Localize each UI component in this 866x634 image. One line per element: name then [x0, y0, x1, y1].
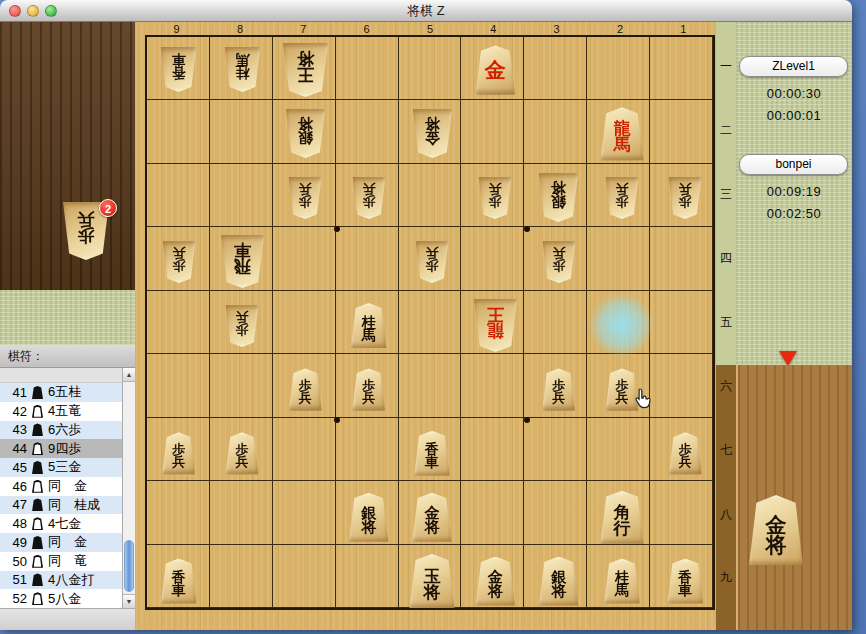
board-square[interactable] [147, 291, 210, 354]
turn-indicator-triangle [779, 351, 797, 366]
board-square[interactable] [399, 37, 462, 100]
sente-player-button[interactable]: bonpei [739, 154, 848, 175]
shogi-piece-knight-6五[interactable]: 桂馬 [350, 303, 387, 348]
shogi-piece-king-5九[interactable]: 玉将 [409, 554, 456, 608]
shogi-piece-lance-1九[interactable]: 香車 [667, 559, 704, 604]
kifu-row-52[interactable]: 525八金 [0, 589, 122, 608]
shogi-piece-pawn-5四[interactable]: 歩兵 [415, 241, 449, 283]
shogi-piece-promoted-knight-4一[interactable]: 金 [475, 45, 516, 94]
rank-label: 二 [716, 99, 736, 163]
titlebar[interactable]: 将棋 Z [0, 0, 852, 22]
board-square[interactable] [524, 418, 587, 481]
board-square[interactable] [524, 291, 587, 354]
kifu-row-50[interactable]: 50同 竜 [0, 552, 122, 571]
gote-total-time: 00:00:30 [736, 86, 852, 101]
clock-area: ZLevel1 00:00:30 00:00:01 bonpei 00:09:1… [736, 22, 852, 365]
move-text: 4七金 [48, 515, 81, 533]
file-labels: 987654321 [145, 23, 715, 35]
shogi-piece-pawn-6六[interactable]: 歩兵 [352, 368, 386, 410]
shogi-piece-bishop-2八[interactable]: 角行 [600, 491, 645, 544]
rank-label: 三 [716, 163, 736, 227]
shogi-piece-lance-5七[interactable]: 香車 [414, 431, 451, 476]
sente-captured-tray[interactable]: 金将 [736, 365, 852, 630]
hoshi-dot [334, 417, 340, 423]
board-square[interactable] [461, 481, 524, 544]
kifu-row-48[interactable]: 484七金 [0, 514, 122, 533]
move-number: 44 [0, 441, 27, 456]
hoshi-dot [524, 417, 530, 423]
move-text: 5八金 [48, 590, 81, 608]
sente-total-time: 00:09:19 [736, 184, 852, 199]
rank-label: 七 [716, 418, 736, 482]
shogi-piece-silver-6八[interactable]: 銀将 [348, 493, 389, 542]
board-square[interactable] [210, 100, 273, 163]
shogi-piece-lance-9一[interactable]: 香車 [160, 47, 197, 92]
shogi-piece-pawn-2三[interactable]: 歩兵 [605, 177, 639, 219]
shogi-piece-lance-9九[interactable]: 香車 [160, 559, 197, 604]
board-square[interactable] [650, 227, 713, 290]
kifu-row-45[interactable]: 455三金 [0, 458, 122, 477]
board-square[interactable] [273, 227, 336, 290]
file-label: 6 [335, 23, 398, 35]
hoshi-dot [524, 226, 530, 232]
board-square[interactable] [587, 37, 650, 100]
sente-player-name: bonpei [775, 157, 811, 171]
gote-move-icon [32, 405, 43, 418]
close-button[interactable] [9, 5, 21, 17]
shogi-piece-gold-5八[interactable]: 金将 [412, 493, 453, 542]
board-square[interactable] [273, 291, 336, 354]
shogi-piece-captured-gold[interactable]: 金将 [748, 495, 804, 565]
board-square[interactable] [336, 418, 399, 481]
move-text: 同 桂成 [48, 496, 100, 514]
board-square[interactable] [147, 100, 210, 163]
board-square[interactable] [273, 418, 336, 481]
shogi-piece-dragon-4五[interactable]: 龍王 [473, 299, 518, 352]
board-square[interactable] [210, 481, 273, 544]
board-square[interactable] [461, 227, 524, 290]
shogi-piece-pawn-8七[interactable]: 歩兵 [225, 432, 259, 474]
board-square[interactable] [587, 227, 650, 290]
board-square[interactable] [210, 164, 273, 227]
rank-labels: 一二三四五六七八九 [716, 22, 736, 630]
gote-captured-tray[interactable]: 歩兵2 [0, 22, 135, 290]
gote-move-icon [32, 442, 43, 455]
sente-move-icon [32, 423, 43, 436]
move-number: 46 [0, 479, 27, 494]
shogi-piece-pawn-7六[interactable]: 歩兵 [288, 368, 322, 410]
content: 歩兵2 棋符： 416五桂424五竜436六歩449四歩455三金46同 金47… [0, 22, 852, 630]
board-square[interactable] [336, 545, 399, 608]
board-square[interactable] [461, 354, 524, 417]
kifu-row-43[interactable]: 436六歩 [0, 421, 122, 440]
kifu-scrollbar[interactable]: ▲ ▼ [122, 368, 135, 608]
board-square[interactable] [336, 37, 399, 100]
move-text: 9四歩 [48, 440, 81, 458]
move-number: 48 [0, 516, 27, 531]
kifu-row-49[interactable]: 49同 金 [0, 533, 122, 552]
window-title: 将棋 Z [0, 0, 852, 21]
shogi-board[interactable]: 香車桂馬王将金銀将金将龍馬歩兵歩兵歩兵銀将歩兵歩兵歩兵飛車歩兵歩兵歩兵桂馬龍王歩… [145, 35, 715, 610]
file-label: 7 [272, 23, 335, 35]
shogi-piece-pawn-9七[interactable]: 歩兵 [162, 432, 196, 474]
captured-count-badge: 2 [99, 199, 117, 217]
scroll-up-button[interactable]: ▲ [123, 368, 135, 382]
gote-move-time: 00:00:01 [736, 108, 852, 123]
shogi-piece-knight-2九[interactable]: 桂馬 [604, 559, 641, 604]
kifu-row-46[interactable]: 46同 金 [0, 477, 122, 496]
board-square[interactable] [336, 100, 399, 163]
zoom-button[interactable] [45, 5, 57, 17]
board-panel: 987654321 香車桂馬王将金銀将金将龍馬歩兵歩兵歩兵銀将歩兵歩兵歩兵飛車歩… [135, 22, 716, 630]
move-text: 同 金 [48, 477, 87, 495]
kifu-list-footer [0, 608, 135, 630]
move-text: 同 金 [48, 533, 87, 551]
move-number: 49 [0, 535, 27, 550]
kifu-label: 棋符： [8, 349, 44, 363]
shogi-piece-pawn-3六[interactable]: 歩兵 [542, 368, 576, 410]
kifu-list-header [0, 368, 135, 383]
move-number: 47 [0, 497, 27, 512]
gote-move-icon [32, 592, 43, 605]
rank-label: 五 [716, 291, 736, 355]
file-label: 5 [398, 23, 461, 35]
shogi-piece-pawn-1七[interactable]: 歩兵 [668, 432, 702, 474]
kifu-row-47[interactable]: 47同 桂成 [0, 496, 122, 515]
shogi-piece-silver-3三[interactable]: 銀将 [538, 173, 579, 222]
board-square[interactable] [461, 418, 524, 481]
move-text: 4八金打 [48, 571, 94, 589]
board-square[interactable] [524, 37, 587, 100]
gote-move-icon [32, 517, 43, 530]
gote-move-icon [32, 555, 43, 568]
rank-label: 六 [716, 354, 736, 418]
kifu-row-51[interactable]: 514八金打 [0, 571, 122, 590]
move-number: 45 [0, 460, 27, 475]
board-square[interactable] [210, 545, 273, 608]
board-square[interactable] [399, 164, 462, 227]
move-text: 6六歩 [48, 421, 81, 439]
board-square[interactable] [147, 164, 210, 227]
mouse-cursor-hand [632, 387, 654, 415]
hoshi-dot [334, 226, 340, 232]
kifu-row-42[interactable]: 424五竜 [0, 402, 122, 421]
sente-move-icon [32, 573, 43, 586]
file-label: 1 [652, 23, 715, 35]
sente-move-time: 00:02:50 [736, 206, 852, 221]
gote-player-button[interactable]: ZLevel1 [739, 56, 848, 77]
board-square[interactable] [399, 354, 462, 417]
file-label: 2 [588, 23, 651, 35]
shogi-piece-silver-3九[interactable]: 銀将 [538, 557, 579, 606]
move-text: 5三金 [48, 458, 81, 476]
board-square[interactable] [147, 481, 210, 544]
highlight-square[interactable] [590, 293, 653, 357]
gote-move-icon [32, 480, 43, 493]
rank-label: 四 [716, 227, 736, 291]
shogi-piece-king-7一[interactable]: 王将 [282, 43, 329, 97]
board-square[interactable] [336, 227, 399, 290]
tatami-strip-left [0, 290, 135, 345]
shogi-piece-silver-7二[interactable]: 銀将 [285, 109, 326, 158]
right-panel: ZLevel1 00:00:30 00:00:01 bonpei 00:09:1… [736, 22, 852, 630]
scroll-down-button[interactable]: ▼ [123, 594, 135, 608]
board-square[interactable] [461, 100, 524, 163]
file-label: 9 [145, 23, 208, 35]
move-number: 52 [0, 591, 27, 606]
minimize-button[interactable] [27, 5, 39, 17]
sente-move-icon [32, 498, 43, 511]
sente-move-icon [32, 461, 43, 474]
move-text: 4五竜 [48, 402, 81, 420]
file-label: 3 [525, 23, 588, 35]
scrollbar-thumb[interactable] [124, 540, 134, 592]
board-square[interactable] [399, 291, 462, 354]
rank-label: 九 [716, 546, 736, 610]
kifu-move-list[interactable]: 416五桂424五竜436六歩449四歩455三金46同 金47同 桂成484七… [0, 368, 135, 608]
file-label: 8 [208, 23, 271, 35]
board-square[interactable] [524, 481, 587, 544]
rank-label: 八 [716, 482, 736, 546]
shogi-piece-gold-4九[interactable]: 金将 [475, 557, 516, 606]
board-square[interactable] [587, 418, 650, 481]
board-square[interactable] [650, 354, 713, 417]
board-square[interactable] [650, 37, 713, 100]
kifu-label-bar: 棋符： [0, 345, 135, 368]
move-number: 50 [0, 554, 27, 569]
move-number: 51 [0, 572, 27, 587]
move-text: 6五桂 [48, 383, 81, 401]
rank-label: 一 [716, 35, 736, 99]
shogi-window: 将棋 Z 歩兵2 棋符： 416五桂424五竜436六歩449四歩455三金46… [0, 0, 852, 630]
board-square[interactable] [650, 481, 713, 544]
board-square[interactable] [650, 291, 713, 354]
kifu-row-44[interactable]: 449四歩 [0, 439, 122, 458]
board-square[interactable] [524, 100, 587, 163]
move-text: 同 竜 [48, 552, 87, 570]
board-square[interactable] [147, 354, 210, 417]
gote-player-name: ZLevel1 [772, 59, 815, 73]
file-label: 4 [462, 23, 525, 35]
sente-move-icon [32, 536, 43, 549]
board-square[interactable] [273, 481, 336, 544]
move-number: 41 [0, 385, 27, 400]
shogi-piece-horse-2二[interactable]: 龍馬 [600, 107, 645, 160]
board-square[interactable] [273, 545, 336, 608]
board-square[interactable] [650, 100, 713, 163]
shogi-piece-pawn-8五[interactable]: 歩兵 [225, 305, 259, 347]
move-number: 42 [0, 404, 27, 419]
board-square[interactable] [210, 354, 273, 417]
sente-move-icon [32, 386, 43, 399]
move-number: 43 [0, 422, 27, 437]
kifu-row-41[interactable]: 416五桂 [0, 383, 122, 402]
